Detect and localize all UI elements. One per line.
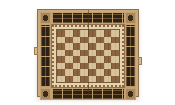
frame-band-left bbox=[40, 24, 51, 88]
fold-seam bbox=[88, 10, 89, 96]
square-e1 bbox=[88, 76, 96, 83]
frame-corner-bottom-right bbox=[125, 88, 136, 100]
square-c1 bbox=[73, 76, 81, 83]
chess-board-box bbox=[37, 9, 139, 97]
frame-corner-bottom-left bbox=[40, 88, 51, 100]
square-b1 bbox=[65, 76, 73, 83]
frame-corner-top-left bbox=[40, 12, 51, 24]
square-g1 bbox=[104, 76, 112, 83]
square-h1 bbox=[111, 76, 119, 83]
frame-band-right bbox=[125, 24, 136, 88]
left-clasp-tab bbox=[34, 47, 38, 55]
photo-background bbox=[0, 0, 175, 105]
frame-corner-top-right bbox=[125, 12, 136, 24]
square-a1 bbox=[57, 76, 65, 83]
square-d1 bbox=[80, 76, 88, 83]
square-f1 bbox=[96, 76, 104, 83]
right-clasp-tab bbox=[138, 57, 142, 65]
